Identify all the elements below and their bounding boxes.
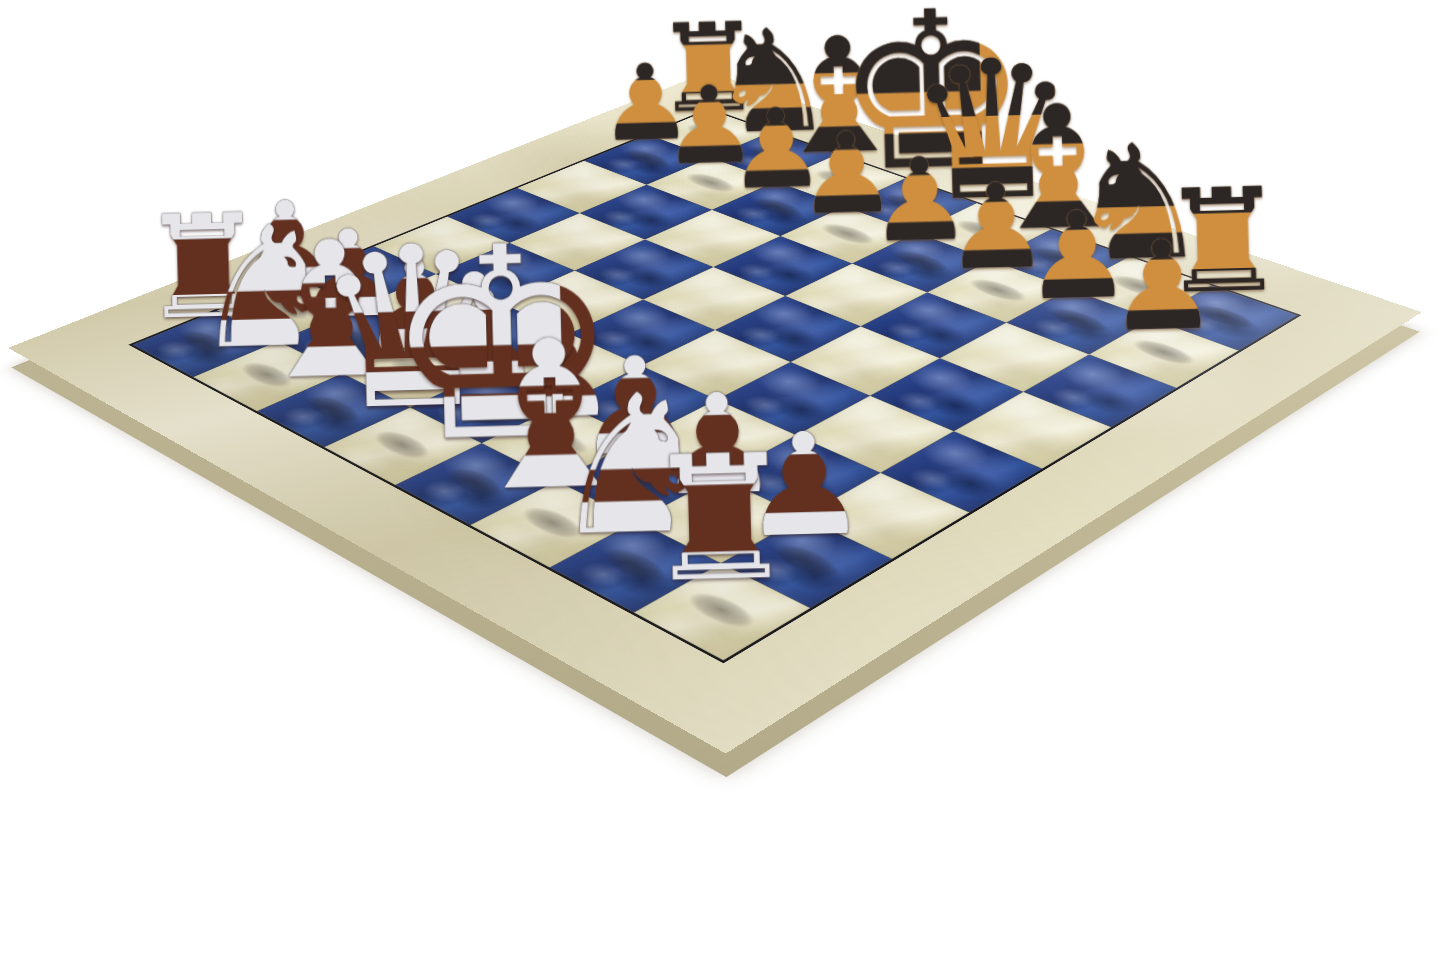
marble-chessboard-slab: ♜♜♜♞♞♞♝♝♝♚♚♚♛♛♛♝♝♝♞♞♞♜♜♜♟♟♟♟♟♟♟♟♟♟♟♟♟♟♟♟…: [8, 72, 1422, 754]
square-h3[interactable]: [1023, 354, 1176, 427]
square-h5[interactable]: [880, 431, 1042, 512]
square-h4[interactable]: [954, 392, 1111, 469]
white-pawn[interactable]: ♟♟♟: [1079, 218, 1246, 353]
perspective-scene: ♜♜♜♞♞♞♝♝♝♚♚♚♛♛♛♝♝♝♞♞♞♜♜♜♟♟♟♟♟♟♟♟♟♟♟♟♟♟♟♟…: [0, 0, 1445, 979]
square-f4[interactable]: [791, 326, 940, 395]
product-photo-backdrop: ♜♜♜♞♞♞♝♝♝♚♚♚♛♛♛♝♝♝♞♞♞♜♜♜♟♟♟♟♟♟♟♟♟♟♟♟♟♟♟♟…: [0, 0, 1445, 979]
camera-tilt-wrapper: ♜♜♜♞♞♞♝♝♝♚♚♚♛♛♛♝♝♝♞♞♞♜♜♜♟♟♟♟♟♟♟♟♟♟♟♟♟♟♟♟…: [0, 0, 1445, 979]
square-g3[interactable]: [940, 323, 1089, 392]
black-rook[interactable]: ♜♜♜: [621, 425, 819, 612]
